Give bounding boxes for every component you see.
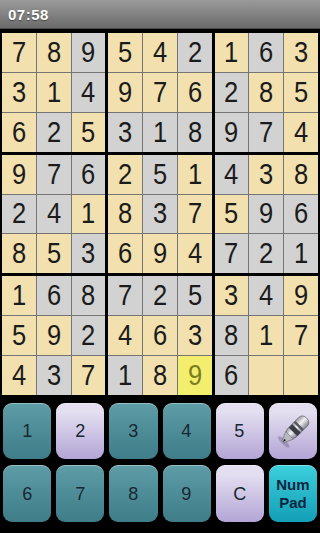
box-3: 163285974	[215, 33, 318, 152]
cell-r6c6[interactable]: 4	[178, 234, 212, 273]
keypad-1-button[interactable]: 1	[3, 403, 51, 459]
cell-r1c9[interactable]: 3	[284, 33, 318, 72]
cell-r4c2[interactable]: 7	[37, 155, 71, 194]
cell-r1c1[interactable]: 7	[2, 33, 36, 72]
cell-r6c2[interactable]: 5	[37, 234, 71, 273]
cell-r5c1[interactable]: 2	[2, 195, 36, 234]
cell-r7c8[interactable]: 4	[249, 276, 283, 315]
keypad-2-button[interactable]: 2	[56, 403, 104, 459]
cell-r4c3[interactable]: 6	[72, 155, 106, 194]
pen-icon	[271, 409, 315, 453]
keypad-9-button[interactable]: 9	[163, 465, 211, 522]
cell-r2c2[interactable]: 1	[37, 73, 71, 112]
cell-r3c1[interactable]: 6	[2, 113, 36, 152]
cell-r9c4[interactable]: 1	[108, 356, 142, 395]
cell-r6c9[interactable]: 1	[284, 234, 318, 273]
cell-r8c9[interactable]: 7	[284, 316, 318, 355]
clock-time: 07:58	[0, 6, 49, 23]
box-2: 542976318	[108, 33, 211, 152]
cell-r1c3[interactable]: 9	[72, 33, 106, 72]
cell-r9c1[interactable]: 4	[2, 356, 36, 395]
cell-r7c9[interactable]: 9	[284, 276, 318, 315]
cell-r9c6[interactable]: 9	[178, 356, 212, 395]
box-7: 168592437	[2, 276, 105, 395]
cell-r3c5[interactable]: 1	[143, 113, 177, 152]
box-4: 976241853	[2, 155, 105, 274]
cell-r7c6[interactable]: 5	[178, 276, 212, 315]
cell-r4c1[interactable]: 9	[2, 155, 36, 194]
cell-r3c2[interactable]: 2	[37, 113, 71, 152]
cell-r2c8[interactable]: 8	[249, 73, 283, 112]
cell-r9c9[interactable]	[284, 356, 318, 395]
keypad-7-button[interactable]: 7	[56, 465, 104, 522]
cell-r7c1[interactable]: 1	[2, 276, 36, 315]
number-keypad: 1 2 3 4 5 6 7 8 9 C Num Pad	[0, 403, 320, 522]
keypad-5-button[interactable]: 5	[216, 403, 264, 459]
box-8: 725463189	[108, 276, 211, 395]
cell-r4c6[interactable]: 1	[178, 155, 212, 194]
cell-r3c3[interactable]: 5	[72, 113, 106, 152]
pen-button[interactable]	[269, 403, 317, 459]
box-5: 251837694	[108, 155, 211, 274]
cell-r8c8[interactable]: 1	[249, 316, 283, 355]
status-bar: 07:58	[0, 0, 320, 29]
cell-r7c5[interactable]: 2	[143, 276, 177, 315]
cell-r2c9[interactable]: 5	[284, 73, 318, 112]
cell-r3c8[interactable]: 7	[249, 113, 283, 152]
cell-r4c5[interactable]: 5	[143, 155, 177, 194]
cell-r5c3[interactable]: 1	[72, 195, 106, 234]
cell-r3c9[interactable]: 4	[284, 113, 318, 152]
cell-r8c1[interactable]: 5	[2, 316, 36, 355]
cell-r9c2[interactable]: 3	[37, 356, 71, 395]
cell-r8c4[interactable]: 4	[108, 316, 142, 355]
cell-r5c8[interactable]: 9	[249, 195, 283, 234]
cell-r7c2[interactable]: 6	[37, 276, 71, 315]
cell-r9c7[interactable]: 6	[215, 356, 249, 395]
cell-r3c6[interactable]: 8	[178, 113, 212, 152]
cell-r1c4[interactable]: 5	[108, 33, 142, 72]
cell-r2c4[interactable]: 9	[108, 73, 142, 112]
cell-r1c5[interactable]: 4	[143, 33, 177, 72]
cell-r2c3[interactable]: 4	[72, 73, 106, 112]
box-1: 789314625	[2, 33, 105, 152]
cell-r1c8[interactable]: 6	[249, 33, 283, 72]
cell-r5c9[interactable]: 6	[284, 195, 318, 234]
cell-r9c5[interactable]: 8	[143, 356, 177, 395]
cell-r5c2[interactable]: 4	[37, 195, 71, 234]
cell-r6c8[interactable]: 2	[249, 234, 283, 273]
cell-r5c6[interactable]: 7	[178, 195, 212, 234]
cell-r8c5[interactable]: 6	[143, 316, 177, 355]
cell-r9c3[interactable]: 7	[72, 356, 106, 395]
cell-r3c7[interactable]: 9	[215, 113, 249, 152]
cell-r6c7[interactable]: 7	[215, 234, 249, 273]
clear-button[interactable]: C	[216, 465, 264, 522]
keypad-3-button[interactable]: 3	[109, 403, 157, 459]
cell-r2c7[interactable]: 2	[215, 73, 249, 112]
cell-r8c2[interactable]: 9	[37, 316, 71, 355]
cell-r1c2[interactable]: 8	[37, 33, 71, 72]
numpad-toggle-button[interactable]: Num Pad	[269, 465, 317, 522]
cell-r7c4[interactable]: 7	[108, 276, 142, 315]
cell-r5c7[interactable]: 5	[215, 195, 249, 234]
keypad-4-button[interactable]: 4	[163, 403, 211, 459]
cell-r8c7[interactable]: 8	[215, 316, 249, 355]
cell-r4c4[interactable]: 2	[108, 155, 142, 194]
cell-r6c5[interactable]: 9	[143, 234, 177, 273]
cell-r5c5[interactable]: 3	[143, 195, 177, 234]
cell-r2c1[interactable]: 3	[2, 73, 36, 112]
cell-r4c8[interactable]: 3	[249, 155, 283, 194]
cell-r9c8[interactable]	[249, 356, 283, 395]
cell-r2c5[interactable]: 7	[143, 73, 177, 112]
keypad-8-button[interactable]: 8	[109, 465, 157, 522]
cell-r1c6[interactable]: 2	[178, 33, 212, 72]
cell-r7c3[interactable]: 8	[72, 276, 106, 315]
cell-r8c6[interactable]: 3	[178, 316, 212, 355]
cell-r3c4[interactable]: 3	[108, 113, 142, 152]
sudoku-board: 7893146255429763181632859749762418532518…	[0, 31, 320, 397]
box-9: 3498176	[215, 276, 318, 395]
keypad-6-button[interactable]: 6	[3, 465, 51, 522]
cell-r2c6[interactable]: 6	[178, 73, 212, 112]
cell-r6c4[interactable]: 6	[108, 234, 142, 273]
cell-r4c7[interactable]: 4	[215, 155, 249, 194]
cell-r8c3[interactable]: 2	[72, 316, 106, 355]
cell-r5c4[interactable]: 8	[108, 195, 142, 234]
box-6: 438596721	[215, 155, 318, 274]
cell-r1c7[interactable]: 1	[215, 33, 249, 72]
cell-r4c9[interactable]: 8	[284, 155, 318, 194]
cell-r7c7[interactable]: 3	[215, 276, 249, 315]
cell-r6c3[interactable]: 3	[72, 234, 106, 273]
cell-r6c1[interactable]: 8	[2, 234, 36, 273]
